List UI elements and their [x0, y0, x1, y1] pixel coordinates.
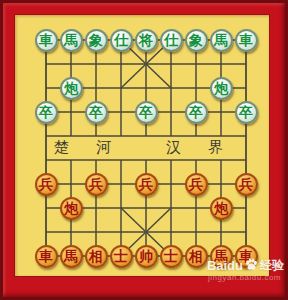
- piece-red-士-r9c5[interactable]: 士: [160, 245, 183, 268]
- watermark: Baidu 经验: [207, 257, 284, 274]
- watermark-suffix: 经验: [260, 257, 284, 274]
- piece-black-炮-r2c1[interactable]: 炮: [60, 77, 83, 100]
- piece-black-卒-r3c8[interactable]: 卒: [235, 101, 258, 124]
- piece-black-将-r0c4[interactable]: 将: [135, 29, 158, 52]
- piece-red-相-r9c2[interactable]: 相: [85, 245, 108, 268]
- piece-black-仕-r0c5[interactable]: 仕: [160, 29, 183, 52]
- piece-black-車-r0c8[interactable]: 車: [235, 29, 258, 52]
- piece-black-馬-r0c1[interactable]: 馬: [60, 29, 83, 52]
- piece-black-卒-r3c2[interactable]: 卒: [85, 101, 108, 124]
- piece-red-馬-r9c1[interactable]: 馬: [60, 245, 83, 268]
- piece-red-炮-r7c1[interactable]: 炮: [60, 197, 83, 220]
- piece-red-車-r9c0[interactable]: 車: [35, 245, 58, 268]
- piece-red-相-r9c6[interactable]: 相: [185, 245, 208, 268]
- xiangqi-board: 楚 河 汉 界 車馬象仕将仕象馬車炮炮卒卒卒卒卒兵兵兵兵兵炮炮車馬相士帅士相馬車: [14, 14, 270, 277]
- piece-black-車-r0c0[interactable]: 車: [35, 29, 58, 52]
- watermark-url: jingyan.baidu.com: [208, 273, 281, 282]
- piece-red-兵-r6c2[interactable]: 兵: [85, 173, 108, 196]
- piece-black-卒-r3c6[interactable]: 卒: [185, 101, 208, 124]
- watermark-brand: Baidu: [207, 258, 243, 273]
- piece-red-兵-r6c0[interactable]: 兵: [35, 173, 58, 196]
- baidu-paw-icon: [245, 258, 258, 274]
- piece-black-象-r0c2[interactable]: 象: [85, 29, 108, 52]
- piece-black-象-r0c6[interactable]: 象: [185, 29, 208, 52]
- piece-black-馬-r0c7[interactable]: 馬: [210, 29, 233, 52]
- piece-red-士-r9c3[interactable]: 士: [110, 245, 133, 268]
- piece-black-炮-r2c7[interactable]: 炮: [210, 77, 233, 100]
- piece-black-卒-r3c4[interactable]: 卒: [135, 101, 158, 124]
- river-label-left: 楚 河: [53, 138, 123, 157]
- piece-red-兵-r6c4[interactable]: 兵: [135, 173, 158, 196]
- piece-red-兵-r6c8[interactable]: 兵: [235, 173, 258, 196]
- piece-black-卒-r3c0[interactable]: 卒: [35, 101, 58, 124]
- piece-red-炮-r7c7[interactable]: 炮: [210, 197, 233, 220]
- piece-red-兵-r6c6[interactable]: 兵: [185, 173, 208, 196]
- piece-black-仕-r0c3[interactable]: 仕: [110, 29, 133, 52]
- piece-red-帅-r9c4[interactable]: 帅: [135, 245, 158, 268]
- river-label-right: 汉 界: [165, 138, 235, 157]
